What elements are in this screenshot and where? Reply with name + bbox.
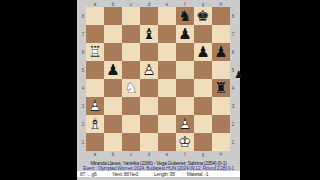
white-king-outline-icon: ♔ bbox=[176, 133, 194, 151]
square-f2[interactable]: ♟♙ bbox=[176, 115, 194, 133]
rank-label-2-right: 2 bbox=[230, 115, 236, 133]
black-knight-icon: ♞ bbox=[176, 7, 194, 25]
square-c3[interactable] bbox=[122, 97, 140, 115]
file-label-h-bottom: h bbox=[212, 151, 230, 157]
square-g7[interactable] bbox=[194, 25, 212, 43]
square-e3[interactable] bbox=[158, 97, 176, 115]
square-b4[interactable] bbox=[104, 79, 122, 97]
square-d5[interactable]: ♟♙ bbox=[140, 61, 158, 79]
black-pawn-icon: ♟ bbox=[194, 43, 212, 61]
square-a8[interactable] bbox=[86, 7, 104, 25]
square-b7[interactable] bbox=[104, 25, 122, 43]
file-label-f-bottom: f bbox=[176, 151, 194, 157]
black-pawn-b5[interactable]: ♟ bbox=[104, 61, 122, 79]
square-d8[interactable] bbox=[140, 7, 158, 25]
caption-next-move: Next: 88 Ne3 bbox=[112, 171, 138, 177]
white-king-f1[interactable]: ♚♔ bbox=[176, 133, 194, 151]
black-king-g8[interactable]: ♚ bbox=[194, 7, 212, 25]
white-bishop-outline-icon: ♗ bbox=[86, 115, 104, 133]
caption-last-move: 87. ... g6 bbox=[80, 171, 96, 177]
square-f7[interactable]: ♟ bbox=[176, 25, 194, 43]
white-pawn-outline-icon: ♙ bbox=[176, 115, 194, 133]
rank-label-3-right: 3 bbox=[230, 97, 236, 115]
square-g5[interactable] bbox=[194, 61, 212, 79]
square-h5[interactable] bbox=[212, 61, 230, 79]
square-g6[interactable]: ♟ bbox=[194, 43, 212, 61]
square-c4[interactable]: ♞♘ bbox=[122, 79, 140, 97]
square-a6[interactable]: ♜♖ bbox=[86, 43, 104, 61]
black-knight-f8[interactable]: ♞ bbox=[176, 7, 194, 25]
file-label-e-bottom: e bbox=[158, 151, 176, 157]
board-corner bbox=[230, 151, 236, 157]
black-pawn-icon: ♟ bbox=[212, 43, 230, 61]
square-c2[interactable] bbox=[122, 115, 140, 133]
file-label-a-bottom: a bbox=[86, 151, 104, 157]
square-e7[interactable] bbox=[158, 25, 176, 43]
square-g3[interactable] bbox=[194, 97, 212, 115]
black-rook-icon: ♜ bbox=[212, 79, 230, 97]
chess-board: abcdefgh8♞♚87♝♟76♜♖♟♟65♟♟♙54♞♘♜43♟♙32♝♗♟… bbox=[80, 1, 236, 157]
white-pawn-outline-icon: ♙ bbox=[86, 97, 104, 115]
square-d2[interactable] bbox=[140, 115, 158, 133]
square-e5[interactable] bbox=[158, 61, 176, 79]
square-d7[interactable]: ♝ bbox=[140, 25, 158, 43]
file-label-g-bottom: g bbox=[194, 151, 212, 157]
file-label-c-bottom: c bbox=[122, 151, 140, 157]
square-g1[interactable] bbox=[194, 133, 212, 151]
black-bishop-icon: ♝ bbox=[140, 25, 158, 43]
rank-label-8-right: 8 bbox=[230, 7, 236, 25]
square-c8[interactable] bbox=[122, 7, 140, 25]
black-pawn-icon: ♟ bbox=[176, 25, 194, 43]
square-e1[interactable] bbox=[158, 133, 176, 151]
square-h8[interactable] bbox=[212, 7, 230, 25]
white-knight-c4[interactable]: ♞♘ bbox=[122, 79, 140, 97]
black-pawn-f7[interactable]: ♟ bbox=[176, 25, 194, 43]
square-a4[interactable] bbox=[86, 79, 104, 97]
square-c1[interactable] bbox=[122, 133, 140, 151]
white-pawn-outline-icon: ♙ bbox=[140, 61, 158, 79]
caption-game-length: Length: 95 bbox=[154, 171, 175, 177]
square-f4[interactable] bbox=[176, 79, 194, 97]
square-b2[interactable] bbox=[104, 115, 122, 133]
square-h1[interactable] bbox=[212, 133, 230, 151]
video-frame: { "game": "chess", "position": { "fen": … bbox=[0, 0, 320, 180]
black-pawn-h6[interactable]: ♟ bbox=[212, 43, 230, 61]
white-pawn-f2[interactable]: ♟♙ bbox=[176, 115, 194, 133]
letterbox-right bbox=[240, 0, 320, 180]
square-f6[interactable] bbox=[176, 43, 194, 61]
chess-panel: abcdefgh8♞♚87♝♟76♜♖♟♟65♟♟♙54♞♘♜43♟♙32♝♗♟… bbox=[77, 0, 240, 180]
square-a2[interactable]: ♝♗ bbox=[86, 115, 104, 133]
white-rook-a6[interactable]: ♜♖ bbox=[86, 43, 104, 61]
white-bishop-a2[interactable]: ♝♗ bbox=[86, 115, 104, 133]
square-f8[interactable]: ♞ bbox=[176, 7, 194, 25]
square-d6[interactable] bbox=[140, 43, 158, 61]
square-c5[interactable] bbox=[122, 61, 140, 79]
material-indicator-black-pawn-icon: ♟ bbox=[234, 68, 244, 82]
square-h6[interactable]: ♟ bbox=[212, 43, 230, 61]
rank-label-6-right: 6 bbox=[230, 43, 236, 61]
rank-label-1-right: 1 bbox=[230, 133, 236, 151]
square-b3[interactable] bbox=[104, 97, 122, 115]
square-d3[interactable] bbox=[140, 97, 158, 115]
black-pawn-icon: ♟ bbox=[104, 61, 122, 79]
file-label-b-bottom: b bbox=[104, 151, 122, 157]
caption-status-bar: 87. ... g6 Next: 88 Ne3 Length: 95 Mater… bbox=[77, 171, 240, 178]
square-g4[interactable] bbox=[194, 79, 212, 97]
black-rook-h4[interactable]: ♜ bbox=[212, 79, 230, 97]
square-e6[interactable] bbox=[158, 43, 176, 61]
square-a7[interactable] bbox=[86, 25, 104, 43]
square-c7[interactable] bbox=[122, 25, 140, 43]
square-a1[interactable] bbox=[86, 133, 104, 151]
white-pawn-a3[interactable]: ♟♙ bbox=[86, 97, 104, 115]
square-d4[interactable] bbox=[140, 79, 158, 97]
white-knight-outline-icon: ♘ bbox=[122, 79, 140, 97]
square-b8[interactable] bbox=[104, 7, 122, 25]
square-f3[interactable] bbox=[176, 97, 194, 115]
black-bishop-d7[interactable]: ♝ bbox=[140, 25, 158, 43]
square-h4[interactable]: ♜ bbox=[212, 79, 230, 97]
square-b5[interactable]: ♟ bbox=[104, 61, 122, 79]
rank-label-7-right: 7 bbox=[230, 25, 236, 43]
square-b6[interactable] bbox=[104, 43, 122, 61]
file-label-d-bottom: d bbox=[140, 151, 158, 157]
white-pawn-d5[interactable]: ♟♙ bbox=[140, 61, 158, 79]
square-c6[interactable] bbox=[122, 43, 140, 61]
square-e8[interactable] bbox=[158, 7, 176, 25]
letterbox-left bbox=[0, 0, 77, 180]
black-pawn-g6[interactable]: ♟ bbox=[194, 43, 212, 61]
square-b1[interactable] bbox=[104, 133, 122, 151]
square-g2[interactable] bbox=[194, 115, 212, 133]
square-e2[interactable] bbox=[158, 115, 176, 133]
square-a3[interactable]: ♟♙ bbox=[86, 97, 104, 115]
white-rook-outline-icon: ♖ bbox=[86, 43, 104, 61]
caption-material-balance: Material: -1 bbox=[187, 171, 208, 177]
square-h2[interactable] bbox=[212, 115, 230, 133]
square-f1[interactable]: ♚♔ bbox=[176, 133, 194, 151]
square-h3[interactable] bbox=[212, 97, 230, 115]
square-f5[interactable] bbox=[176, 61, 194, 79]
square-h7[interactable] bbox=[212, 25, 230, 43]
square-e4[interactable] bbox=[158, 79, 176, 97]
square-g8[interactable]: ♚ bbox=[194, 7, 212, 25]
square-d1[interactable] bbox=[140, 133, 158, 151]
black-king-icon: ♚ bbox=[194, 7, 212, 25]
square-a5[interactable] bbox=[86, 61, 104, 79]
